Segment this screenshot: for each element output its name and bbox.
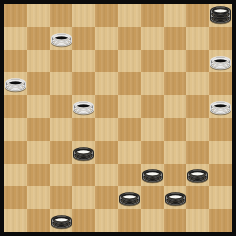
black-man-piece[interactable]: ⛂ bbox=[73, 95, 95, 118]
board-square-3[interactable] bbox=[118, 4, 141, 27]
white-man-piece[interactable]: ⛂ bbox=[187, 163, 209, 186]
board-square-inactive bbox=[186, 186, 209, 209]
board-square-34[interactable] bbox=[164, 141, 187, 164]
board-square-43[interactable]: ⛂ bbox=[118, 186, 141, 209]
board-square-24[interactable] bbox=[164, 95, 187, 118]
board-square-inactive bbox=[27, 209, 50, 232]
board-square-inactive bbox=[186, 95, 209, 118]
board-square-inactive bbox=[72, 164, 95, 187]
board-square-inactive bbox=[27, 118, 50, 141]
board-square-7[interactable]: ⛂ bbox=[50, 27, 73, 50]
board-square-42[interactable] bbox=[72, 186, 95, 209]
board-square-46[interactable] bbox=[4, 209, 27, 232]
board-square-inactive bbox=[164, 72, 187, 95]
board-square-45[interactable] bbox=[209, 186, 232, 209]
board-square-inactive bbox=[27, 72, 50, 95]
board-square-inactive bbox=[72, 27, 95, 50]
white-man-piece[interactable]: ⛂ bbox=[73, 140, 95, 163]
board-square-inactive bbox=[118, 72, 141, 95]
board-square-inactive bbox=[95, 50, 118, 73]
board-square-25[interactable]: ⛂ bbox=[209, 95, 232, 118]
board-square-47[interactable]: ⛂ bbox=[50, 209, 73, 232]
board-square-inactive bbox=[4, 186, 27, 209]
board-square-12[interactable] bbox=[72, 50, 95, 73]
board-square-32[interactable]: ⛂ bbox=[72, 141, 95, 164]
board-square-inactive bbox=[72, 72, 95, 95]
board-square-inactive bbox=[164, 118, 187, 141]
draughts-board: ⛃⛂⛂⛂⛂⛂⛂⛂⛂⛂⛂⛂ bbox=[4, 4, 232, 232]
board-square-27[interactable] bbox=[50, 118, 73, 141]
white-man-piece[interactable]: ⛂ bbox=[164, 186, 186, 209]
board-square-50[interactable] bbox=[186, 209, 209, 232]
board-square-inactive bbox=[141, 50, 164, 73]
board-square-40[interactable]: ⛂ bbox=[186, 164, 209, 187]
board-square-6[interactable] bbox=[4, 27, 27, 50]
board-square-19[interactable] bbox=[141, 72, 164, 95]
board-square-33[interactable] bbox=[118, 141, 141, 164]
board-square-15[interactable]: ⛂ bbox=[209, 50, 232, 73]
board-square-inactive bbox=[4, 50, 27, 73]
board-square-30[interactable] bbox=[186, 118, 209, 141]
board-square-31[interactable] bbox=[27, 141, 50, 164]
board-square-36[interactable] bbox=[4, 164, 27, 187]
board-square-41[interactable] bbox=[27, 186, 50, 209]
board-square-inactive bbox=[209, 27, 232, 50]
board-square-inactive bbox=[118, 27, 141, 50]
board-square-inactive bbox=[141, 186, 164, 209]
board-square-13[interactable] bbox=[118, 50, 141, 73]
white-man-piece[interactable]: ⛂ bbox=[141, 163, 163, 186]
board-square-11[interactable] bbox=[27, 50, 50, 73]
board-square-37[interactable] bbox=[50, 164, 73, 187]
board-square-inactive bbox=[50, 141, 73, 164]
board-square-9[interactable] bbox=[141, 27, 164, 50]
board-square-14[interactable] bbox=[164, 50, 187, 73]
black-man-piece[interactable]: ⛂ bbox=[210, 49, 232, 72]
board-square-inactive bbox=[186, 4, 209, 27]
board-square-22[interactable]: ⛂ bbox=[72, 95, 95, 118]
black-man-piece[interactable]: ⛂ bbox=[210, 95, 232, 118]
board-square-38[interactable] bbox=[95, 164, 118, 187]
board-square-inactive bbox=[95, 4, 118, 27]
board-square-39[interactable]: ⛂ bbox=[141, 164, 164, 187]
board-square-44[interactable]: ⛂ bbox=[164, 186, 187, 209]
white-king-piece[interactable]: ⛃ bbox=[210, 4, 232, 27]
board-square-2[interactable] bbox=[72, 4, 95, 27]
board-square-1[interactable] bbox=[27, 4, 50, 27]
board-square-4[interactable] bbox=[164, 4, 187, 27]
board-square-inactive bbox=[164, 164, 187, 187]
board-square-inactive bbox=[50, 95, 73, 118]
board-square-inactive bbox=[72, 209, 95, 232]
board-square-18[interactable] bbox=[95, 72, 118, 95]
board-square-inactive bbox=[95, 95, 118, 118]
board-square-48[interactable] bbox=[95, 209, 118, 232]
black-man-piece[interactable]: ⛂ bbox=[4, 72, 26, 95]
board-square-28[interactable] bbox=[95, 118, 118, 141]
black-man-piece[interactable]: ⛂ bbox=[50, 27, 72, 50]
board-square-49[interactable] bbox=[141, 209, 164, 232]
board-square-inactive bbox=[95, 141, 118, 164]
board-square-inactive bbox=[72, 118, 95, 141]
board-square-inactive bbox=[209, 118, 232, 141]
board-square-35[interactable] bbox=[209, 141, 232, 164]
board-square-inactive bbox=[164, 209, 187, 232]
board-square-inactive bbox=[209, 209, 232, 232]
board-square-inactive bbox=[50, 50, 73, 73]
board-square-inactive bbox=[164, 27, 187, 50]
board-square-inactive bbox=[141, 4, 164, 27]
board-square-17[interactable] bbox=[50, 72, 73, 95]
board-square-inactive bbox=[4, 4, 27, 27]
board-square-20[interactable] bbox=[186, 72, 209, 95]
board-square-inactive bbox=[118, 164, 141, 187]
board-square-inactive bbox=[118, 209, 141, 232]
board-square-inactive bbox=[4, 95, 27, 118]
board-frame: ⛃⛂⛂⛂⛂⛂⛂⛂⛂⛂⛂⛂ bbox=[0, 0, 236, 236]
board-square-23[interactable] bbox=[118, 95, 141, 118]
board-square-8[interactable] bbox=[95, 27, 118, 50]
board-square-inactive bbox=[4, 141, 27, 164]
board-square-10[interactable] bbox=[186, 27, 209, 50]
board-square-inactive bbox=[141, 95, 164, 118]
board-square-29[interactable] bbox=[141, 118, 164, 141]
board-square-21[interactable] bbox=[27, 95, 50, 118]
board-square-inactive bbox=[95, 186, 118, 209]
board-square-inactive bbox=[50, 186, 73, 209]
board-square-inactive bbox=[50, 4, 73, 27]
board-square-5[interactable]: ⛃ bbox=[209, 4, 232, 27]
board-square-inactive bbox=[118, 118, 141, 141]
board-square-inactive bbox=[27, 27, 50, 50]
white-man-piece[interactable]: ⛂ bbox=[118, 186, 140, 209]
board-square-26[interactable] bbox=[4, 118, 27, 141]
board-square-inactive bbox=[186, 50, 209, 73]
board-square-16[interactable]: ⛂ bbox=[4, 72, 27, 95]
board-square-inactive bbox=[27, 164, 50, 187]
board-square-inactive bbox=[209, 164, 232, 187]
board-square-inactive bbox=[209, 72, 232, 95]
white-man-piece[interactable]: ⛂ bbox=[50, 209, 72, 232]
